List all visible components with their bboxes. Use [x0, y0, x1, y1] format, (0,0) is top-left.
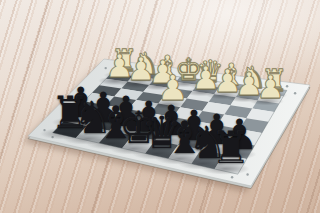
pieces-layer: ♜︎♞︎♟︎♝︎♟︎♚︎♟︎♛︎♝︎♞︎♟︎♜︎♟︎♟︎♟︎♟︎♟︎♟︎♟︎♜︎…	[0, 0, 320, 213]
piece-white-pawn-a2: ♟︎	[256, 71, 285, 103]
chess-photo-scene: ♜︎♞︎♟︎♝︎♟︎♚︎♟︎♛︎♝︎♞︎♟︎♜︎♟︎♟︎♟︎♟︎♟︎♟︎♟︎♜︎…	[0, 0, 320, 213]
piece-black-rook-a8: ♜︎	[211, 126, 251, 171]
